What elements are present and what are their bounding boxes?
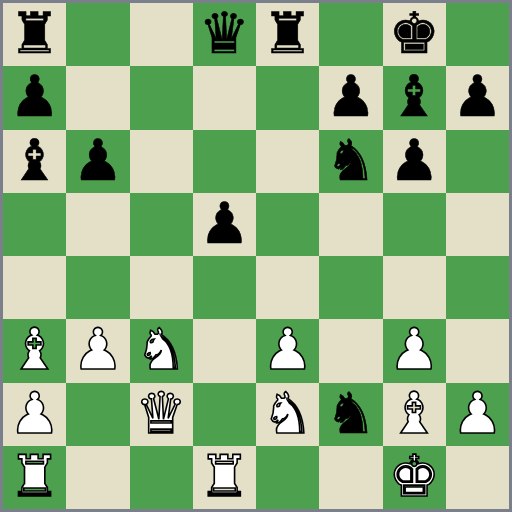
square-c7[interactable]	[130, 66, 193, 129]
square-h7[interactable]: ♟	[446, 66, 509, 129]
square-a8[interactable]: ♜	[3, 3, 66, 66]
piece-black-queen[interactable]: ♛	[199, 5, 250, 62]
piece-white-rook[interactable]: ♜	[9, 448, 60, 505]
piece-black-knight[interactable]: ♞	[325, 132, 376, 189]
piece-white-knight[interactable]: ♞	[136, 321, 187, 378]
square-g1[interactable]: ♚	[383, 446, 446, 509]
piece-black-pawn[interactable]: ♟	[9, 68, 60, 125]
square-g6[interactable]: ♟	[383, 130, 446, 193]
square-b4[interactable]	[66, 256, 129, 319]
square-a1[interactable]: ♜	[3, 446, 66, 509]
piece-white-queen[interactable]: ♛	[136, 385, 187, 442]
piece-black-pawn[interactable]: ♟	[199, 195, 250, 252]
square-c4[interactable]	[130, 256, 193, 319]
square-f5[interactable]	[319, 193, 382, 256]
square-g4[interactable]	[383, 256, 446, 319]
square-f7[interactable]: ♟	[319, 66, 382, 129]
square-d7[interactable]	[193, 66, 256, 129]
square-c3[interactable]: ♞	[130, 319, 193, 382]
piece-white-pawn[interactable]: ♟	[9, 385, 60, 442]
square-e2[interactable]: ♞	[256, 383, 319, 446]
piece-black-rook[interactable]: ♜	[9, 5, 60, 62]
square-e8[interactable]: ♜	[256, 3, 319, 66]
square-c6[interactable]	[130, 130, 193, 193]
square-b3[interactable]: ♟	[66, 319, 129, 382]
square-h1[interactable]	[446, 446, 509, 509]
square-c5[interactable]	[130, 193, 193, 256]
square-d6[interactable]	[193, 130, 256, 193]
square-d1[interactable]: ♜	[193, 446, 256, 509]
square-c1[interactable]	[130, 446, 193, 509]
square-b8[interactable]	[66, 3, 129, 66]
piece-black-bishop[interactable]: ♝	[9, 132, 60, 189]
square-c8[interactable]	[130, 3, 193, 66]
square-f1[interactable]	[319, 446, 382, 509]
piece-white-bishop[interactable]: ♝	[389, 385, 440, 442]
square-b7[interactable]	[66, 66, 129, 129]
chess-board-container: ♜♛♜♚♟♟♝♟♝♟♞♟♟♝♟♞♟♟♟♛♞♞♝♟♜♜♚	[0, 0, 512, 512]
square-h6[interactable]	[446, 130, 509, 193]
square-e7[interactable]	[256, 66, 319, 129]
square-e1[interactable]	[256, 446, 319, 509]
square-a6[interactable]: ♝	[3, 130, 66, 193]
square-h8[interactable]	[446, 3, 509, 66]
square-a3[interactable]: ♝	[3, 319, 66, 382]
piece-white-rook[interactable]: ♜	[199, 448, 250, 505]
square-f8[interactable]	[319, 3, 382, 66]
piece-black-king[interactable]: ♚	[389, 5, 440, 62]
piece-white-pawn[interactable]: ♟	[389, 321, 440, 378]
square-f3[interactable]	[319, 319, 382, 382]
piece-black-bishop[interactable]: ♝	[389, 68, 440, 125]
piece-white-pawn[interactable]: ♟	[452, 385, 503, 442]
square-e5[interactable]	[256, 193, 319, 256]
piece-black-rook[interactable]: ♜	[262, 5, 313, 62]
square-a7[interactable]: ♟	[3, 66, 66, 129]
piece-white-king[interactable]: ♚	[389, 448, 440, 505]
square-e6[interactable]	[256, 130, 319, 193]
square-a4[interactable]	[3, 256, 66, 319]
piece-white-bishop[interactable]: ♝	[9, 321, 60, 378]
square-g3[interactable]: ♟	[383, 319, 446, 382]
square-d2[interactable]	[193, 383, 256, 446]
square-g7[interactable]: ♝	[383, 66, 446, 129]
square-h2[interactable]: ♟	[446, 383, 509, 446]
piece-white-knight[interactable]: ♞	[262, 385, 313, 442]
square-g8[interactable]: ♚	[383, 3, 446, 66]
square-g2[interactable]: ♝	[383, 383, 446, 446]
square-b1[interactable]	[66, 446, 129, 509]
square-a2[interactable]: ♟	[3, 383, 66, 446]
piece-white-pawn[interactable]: ♟	[262, 321, 313, 378]
square-b6[interactable]: ♟	[66, 130, 129, 193]
square-d4[interactable]	[193, 256, 256, 319]
square-e4[interactable]	[256, 256, 319, 319]
piece-white-pawn[interactable]: ♟	[72, 321, 123, 378]
square-f2[interactable]: ♞	[319, 383, 382, 446]
square-b5[interactable]	[66, 193, 129, 256]
square-h4[interactable]	[446, 256, 509, 319]
piece-black-pawn[interactable]: ♟	[72, 132, 123, 189]
square-d8[interactable]: ♛	[193, 3, 256, 66]
piece-black-pawn[interactable]: ♟	[325, 68, 376, 125]
square-f6[interactable]: ♞	[319, 130, 382, 193]
square-c2[interactable]: ♛	[130, 383, 193, 446]
piece-black-pawn[interactable]: ♟	[452, 68, 503, 125]
square-h3[interactable]	[446, 319, 509, 382]
chess-board: ♜♛♜♚♟♟♝♟♝♟♞♟♟♝♟♞♟♟♟♛♞♞♝♟♜♜♚	[0, 0, 512, 512]
square-a5[interactable]	[3, 193, 66, 256]
square-f4[interactable]	[319, 256, 382, 319]
piece-black-pawn[interactable]: ♟	[389, 132, 440, 189]
square-d5[interactable]: ♟	[193, 193, 256, 256]
square-b2[interactable]	[66, 383, 129, 446]
square-h5[interactable]	[446, 193, 509, 256]
square-g5[interactable]	[383, 193, 446, 256]
piece-black-knight[interactable]: ♞	[325, 385, 376, 442]
square-d3[interactable]	[193, 319, 256, 382]
square-e3[interactable]: ♟	[256, 319, 319, 382]
